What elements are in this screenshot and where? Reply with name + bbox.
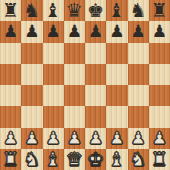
square-d8[interactable]: ♛ [64, 0, 85, 21]
square-d1[interactable]: ♛ [64, 149, 85, 170]
square-e4[interactable] [85, 85, 106, 106]
piece-white-rook[interactable]: ♜ [2, 149, 19, 168]
piece-white-queen[interactable]: ♛ [66, 149, 83, 168]
piece-black-pawn[interactable]: ♟ [109, 23, 124, 40]
piece-white-pawn[interactable]: ♟ [109, 129, 124, 146]
square-a6[interactable] [0, 43, 21, 64]
piece-black-pawn[interactable]: ♟ [3, 23, 18, 40]
square-b4[interactable] [21, 85, 42, 106]
piece-white-pawn[interactable]: ♟ [152, 129, 167, 146]
square-d5[interactable] [64, 64, 85, 85]
square-a4[interactable] [0, 85, 21, 106]
piece-black-king[interactable]: ♚ [87, 1, 104, 20]
square-e5[interactable] [85, 64, 106, 85]
square-h1[interactable]: ♜ [149, 149, 170, 170]
piece-black-bishop[interactable]: ♝ [45, 1, 62, 20]
square-h7[interactable]: ♟ [149, 21, 170, 42]
piece-white-bishop[interactable]: ♝ [45, 149, 62, 168]
square-g5[interactable] [128, 64, 149, 85]
piece-white-pawn[interactable]: ♟ [3, 129, 18, 146]
square-h8[interactable]: ♜ [149, 0, 170, 21]
square-b1[interactable]: ♞ [21, 149, 42, 170]
square-b6[interactable] [21, 43, 42, 64]
square-f1[interactable]: ♝ [106, 149, 127, 170]
square-b2[interactable]: ♟ [21, 128, 42, 149]
piece-black-pawn[interactable]: ♟ [152, 23, 167, 40]
square-a5[interactable] [0, 64, 21, 85]
piece-black-rook[interactable]: ♜ [151, 1, 168, 20]
square-g6[interactable] [128, 43, 149, 64]
piece-white-rook[interactable]: ♜ [151, 149, 168, 168]
piece-black-pawn[interactable]: ♟ [131, 23, 146, 40]
square-a3[interactable] [0, 106, 21, 127]
piece-black-knight[interactable]: ♞ [130, 1, 147, 20]
square-h3[interactable] [149, 106, 170, 127]
square-c1[interactable]: ♝ [43, 149, 64, 170]
square-a7[interactable]: ♟ [0, 21, 21, 42]
square-d3[interactable] [64, 106, 85, 127]
square-e6[interactable] [85, 43, 106, 64]
piece-black-queen[interactable]: ♛ [66, 1, 83, 20]
square-d4[interactable] [64, 85, 85, 106]
piece-black-pawn[interactable]: ♟ [88, 23, 103, 40]
piece-white-pawn[interactable]: ♟ [46, 129, 61, 146]
square-e3[interactable] [85, 106, 106, 127]
square-e7[interactable]: ♟ [85, 21, 106, 42]
square-c3[interactable] [43, 106, 64, 127]
square-h2[interactable]: ♟ [149, 128, 170, 149]
square-f2[interactable]: ♟ [106, 128, 127, 149]
square-c5[interactable] [43, 64, 64, 85]
square-c4[interactable] [43, 85, 64, 106]
square-e8[interactable]: ♚ [85, 0, 106, 21]
chess-board: ♜♞♝♛♚♝♞♜♟♟♟♟♟♟♟♟♟♟♟♟♟♟♟♟♜♞♝♛♚♝♞♜ [0, 0, 170, 170]
piece-white-knight[interactable]: ♞ [130, 149, 147, 168]
piece-black-knight[interactable]: ♞ [23, 1, 40, 20]
square-c8[interactable]: ♝ [43, 0, 64, 21]
square-e2[interactable]: ♟ [85, 128, 106, 149]
piece-white-pawn[interactable]: ♟ [88, 129, 103, 146]
square-c7[interactable]: ♟ [43, 21, 64, 42]
square-h5[interactable] [149, 64, 170, 85]
piece-white-knight[interactable]: ♞ [23, 149, 40, 168]
piece-white-pawn[interactable]: ♟ [67, 129, 82, 146]
square-f8[interactable]: ♝ [106, 0, 127, 21]
square-d6[interactable] [64, 43, 85, 64]
square-a8[interactable]: ♜ [0, 0, 21, 21]
piece-black-pawn[interactable]: ♟ [46, 23, 61, 40]
piece-white-bishop[interactable]: ♝ [108, 149, 125, 168]
square-g7[interactable]: ♟ [128, 21, 149, 42]
piece-black-pawn[interactable]: ♟ [67, 23, 82, 40]
square-f5[interactable] [106, 64, 127, 85]
piece-white-pawn[interactable]: ♟ [24, 129, 39, 146]
piece-white-king[interactable]: ♚ [87, 149, 104, 168]
square-c2[interactable]: ♟ [43, 128, 64, 149]
piece-black-rook[interactable]: ♜ [2, 1, 19, 20]
square-g8[interactable]: ♞ [128, 0, 149, 21]
piece-black-bishop[interactable]: ♝ [108, 1, 125, 20]
square-a2[interactable]: ♟ [0, 128, 21, 149]
square-a1[interactable]: ♜ [0, 149, 21, 170]
square-b3[interactable] [21, 106, 42, 127]
square-b8[interactable]: ♞ [21, 0, 42, 21]
square-f4[interactable] [106, 85, 127, 106]
square-g4[interactable] [128, 85, 149, 106]
square-d2[interactable]: ♟ [64, 128, 85, 149]
square-g1[interactable]: ♞ [128, 149, 149, 170]
square-e1[interactable]: ♚ [85, 149, 106, 170]
square-f3[interactable] [106, 106, 127, 127]
square-c6[interactable] [43, 43, 64, 64]
square-h6[interactable] [149, 43, 170, 64]
square-b7[interactable]: ♟ [21, 21, 42, 42]
square-h4[interactable] [149, 85, 170, 106]
piece-black-pawn[interactable]: ♟ [24, 23, 39, 40]
square-g3[interactable] [128, 106, 149, 127]
square-f6[interactable] [106, 43, 127, 64]
piece-white-pawn[interactable]: ♟ [131, 129, 146, 146]
square-g2[interactable]: ♟ [128, 128, 149, 149]
square-d7[interactable]: ♟ [64, 21, 85, 42]
square-f7[interactable]: ♟ [106, 21, 127, 42]
square-b5[interactable] [21, 64, 42, 85]
